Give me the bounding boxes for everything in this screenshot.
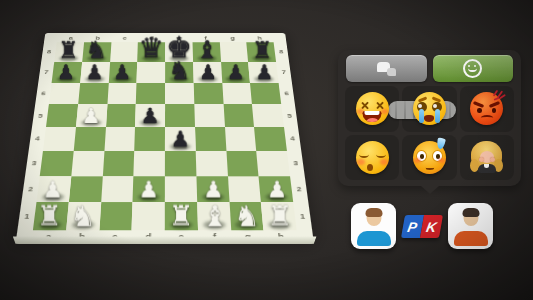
coordinate-label: 7 <box>276 62 292 83</box>
square-b4[interactable] <box>73 127 105 151</box>
emote-cell <box>402 135 456 181</box>
tab-emotes[interactable] <box>433 55 514 82</box>
coordinate-label: 5 <box>281 104 298 127</box>
square-b8[interactable]: ♞ <box>82 42 111 62</box>
piece-white-knight-b1[interactable]: ♞ <box>69 201 95 230</box>
square-b7[interactable]: ♟ <box>80 62 110 83</box>
avatar-hair <box>462 208 479 217</box>
square-h6[interactable] <box>250 83 281 105</box>
square-d1[interactable] <box>132 202 165 230</box>
avatar-shirt <box>357 231 391 246</box>
square-c8[interactable] <box>110 42 138 62</box>
square-f5[interactable] <box>194 104 224 127</box>
emote-panel-tabs <box>346 55 513 82</box>
square-a3[interactable] <box>40 151 74 176</box>
square-a2[interactable]: ♟ <box>36 176 71 202</box>
square-d6[interactable] <box>136 83 165 105</box>
piece-black-knight-b8[interactable]: ♞ <box>85 38 107 62</box>
square-g6[interactable] <box>222 83 252 105</box>
square-a7[interactable]: ♟ <box>52 62 82 83</box>
board-squares: ♜♞♛♚♝♜♟♟♟♞♟♟♟♟♟♟♟♟♟♟♜♞♜♝♞♜ <box>33 42 297 230</box>
coordinate-label: 3 <box>287 151 305 176</box>
square-c1[interactable] <box>99 202 133 230</box>
emoji-drowsy[interactable] <box>356 141 389 174</box>
square-a4[interactable] <box>43 127 76 151</box>
emoji-blonde-girl-crying[interactable] <box>470 141 503 174</box>
piece-black-pawn-f7[interactable]: ♟ <box>199 63 217 83</box>
piece-black-pawn-c7[interactable]: ♟ <box>114 63 132 83</box>
coordinate-label: 6 <box>35 83 51 105</box>
emote-cell <box>460 135 514 181</box>
emote-panel <box>338 50 521 186</box>
square-b3[interactable] <box>71 151 104 176</box>
coordinate-label: 2 <box>290 176 308 202</box>
player-right-avatar[interactable] <box>448 203 493 249</box>
coordinate-label: e <box>165 230 198 244</box>
square-d2[interactable]: ♟ <box>133 176 165 202</box>
chessboard-3d-scene: ♜♞♛♚♝♜♟♟♟♞♟♟♟♟♟♟♟♟♟♟♜♞♜♝♞♜ abcdefgh abcd… <box>2 0 332 300</box>
emote-grid <box>345 86 514 180</box>
square-h3[interactable] <box>256 151 290 176</box>
emoji-laughing[interactable] <box>356 92 389 125</box>
square-e7[interactable]: ♞ <box>165 62 193 83</box>
square-f4[interactable] <box>195 127 226 151</box>
coordinate-label: 1 <box>293 202 312 230</box>
piece-black-pawn-d5[interactable]: ♟ <box>141 106 160 127</box>
square-h8[interactable]: ♜ <box>246 42 276 62</box>
piece-white-rook-e1[interactable]: ♜ <box>169 202 194 230</box>
emote-cell <box>460 86 514 132</box>
coordinate-label: a <box>31 230 66 244</box>
square-b6[interactable] <box>78 83 108 105</box>
coordinate-label: b <box>65 230 99 244</box>
square-d8[interactable]: ♛ <box>137 42 165 62</box>
square-f1[interactable]: ♝ <box>197 202 231 230</box>
coordinate-label: 6 <box>279 83 295 105</box>
square-h4[interactable] <box>254 127 287 151</box>
anger-mark-icon <box>492 89 506 103</box>
coordinate-label: 5 <box>32 104 49 127</box>
square-d7[interactable] <box>137 62 165 83</box>
piece-black-rook-h8[interactable]: ♜ <box>252 39 273 62</box>
piece-white-pawn-h2[interactable]: ♟ <box>267 180 287 203</box>
square-e5[interactable] <box>165 104 195 127</box>
coordinate-label: g <box>219 33 247 42</box>
emote-cell <box>345 135 399 181</box>
coordinate-label: d <box>131 230 164 244</box>
square-e3[interactable] <box>165 151 196 176</box>
pk-badge: P K <box>401 215 443 238</box>
square-e2[interactable] <box>165 176 197 202</box>
square-g4[interactable] <box>225 127 257 151</box>
square-f3[interactable] <box>195 151 227 176</box>
piece-black-bishop-f8[interactable]: ♝ <box>196 38 218 62</box>
square-a8[interactable]: ♜ <box>54 42 84 62</box>
piece-black-knight-e7[interactable]: ♞ <box>168 58 190 83</box>
coordinate-label: g <box>231 230 265 244</box>
piece-black-pawn-a7[interactable]: ♟ <box>57 63 75 83</box>
file-labels-front: abcdefgh <box>31 230 298 244</box>
square-c2[interactable] <box>101 176 134 202</box>
square-c5[interactable] <box>106 104 137 127</box>
square-d5[interactable]: ♟ <box>135 104 165 127</box>
coordinate-label: c <box>111 33 138 42</box>
square-d3[interactable] <box>134 151 165 176</box>
square-b1[interactable]: ♞ <box>66 202 101 230</box>
square-e1[interactable]: ♜ <box>165 202 198 230</box>
square-c4[interactable] <box>104 127 135 151</box>
smiley-icon <box>463 59 482 78</box>
coordinate-label: 8 <box>274 42 289 62</box>
player-left-avatar[interactable] <box>351 203 396 249</box>
coordinate-label: 8 <box>41 42 57 62</box>
piece-white-pawn-b5[interactable]: ♟ <box>81 106 100 127</box>
square-a6[interactable] <box>49 83 80 105</box>
square-c3[interactable] <box>102 151 134 176</box>
piece-black-pawn-h7[interactable]: ♟ <box>255 63 273 83</box>
square-f7[interactable]: ♟ <box>193 62 222 83</box>
square-h2[interactable]: ♟ <box>259 176 294 202</box>
square-e6[interactable] <box>165 83 194 105</box>
square-g7[interactable]: ♟ <box>221 62 251 83</box>
square-g1[interactable]: ♞ <box>229 202 264 230</box>
piece-black-rook-a8[interactable]: ♜ <box>58 39 79 62</box>
piece-white-rook-a1[interactable]: ♜ <box>37 202 62 230</box>
match-bar: P K <box>351 203 493 249</box>
coordinate-label: 7 <box>38 62 54 83</box>
square-g3[interactable] <box>226 151 259 176</box>
coordinate-label: c <box>98 230 132 244</box>
piece-black-queen-d8[interactable]: ♛ <box>139 34 164 62</box>
square-b5[interactable]: ♟ <box>76 104 107 127</box>
square-h7[interactable]: ♟ <box>248 62 278 83</box>
emoji-crying[interactable] <box>413 92 446 125</box>
avatar-shirt <box>454 231 488 246</box>
piece-white-knight-g1[interactable]: ♞ <box>234 201 260 230</box>
coordinate-label: f <box>198 230 232 244</box>
emoji-flushed-sweat[interactable] <box>413 141 446 174</box>
square-e4[interactable]: ♟ <box>165 127 195 151</box>
piece-black-pawn-g7[interactable]: ♟ <box>227 63 245 83</box>
square-c7[interactable]: ♟ <box>108 62 137 83</box>
square-a5[interactable] <box>46 104 78 127</box>
piece-black-pawn-e4[interactable]: ♟ <box>171 129 190 151</box>
square-c6[interactable] <box>107 83 137 105</box>
tab-chat[interactable] <box>346 55 427 82</box>
avatar-hair <box>365 208 382 217</box>
emoji-angry[interactable] <box>470 92 503 125</box>
square-h1[interactable]: ♜ <box>261 202 297 230</box>
piece-black-pawn-b7[interactable]: ♟ <box>85 63 103 83</box>
square-f6[interactable] <box>193 83 223 105</box>
piece-white-rook-h1[interactable]: ♜ <box>268 202 293 230</box>
coordinate-label: h <box>264 230 299 244</box>
pk-letter-k: K <box>420 215 443 238</box>
chessboard: ♜♞♛♚♝♜♟♟♟♞♟♟♟♟♟♟♟♟♟♟♜♞♜♝♞♜ abcdefgh abcd… <box>15 33 314 244</box>
square-h5[interactable] <box>252 104 284 127</box>
square-g8[interactable] <box>219 42 248 62</box>
square-a1[interactable]: ♜ <box>33 202 69 230</box>
piece-white-pawn-a2[interactable]: ♟ <box>42 180 62 203</box>
square-g5[interactable] <box>223 104 254 127</box>
chat-bubbles-icon <box>377 62 396 76</box>
square-d4[interactable] <box>134 127 165 151</box>
square-f8[interactable]: ♝ <box>192 42 220 62</box>
piece-white-pawn-d2[interactable]: ♟ <box>139 180 159 203</box>
piece-white-bishop-f1[interactable]: ♝ <box>201 201 227 230</box>
